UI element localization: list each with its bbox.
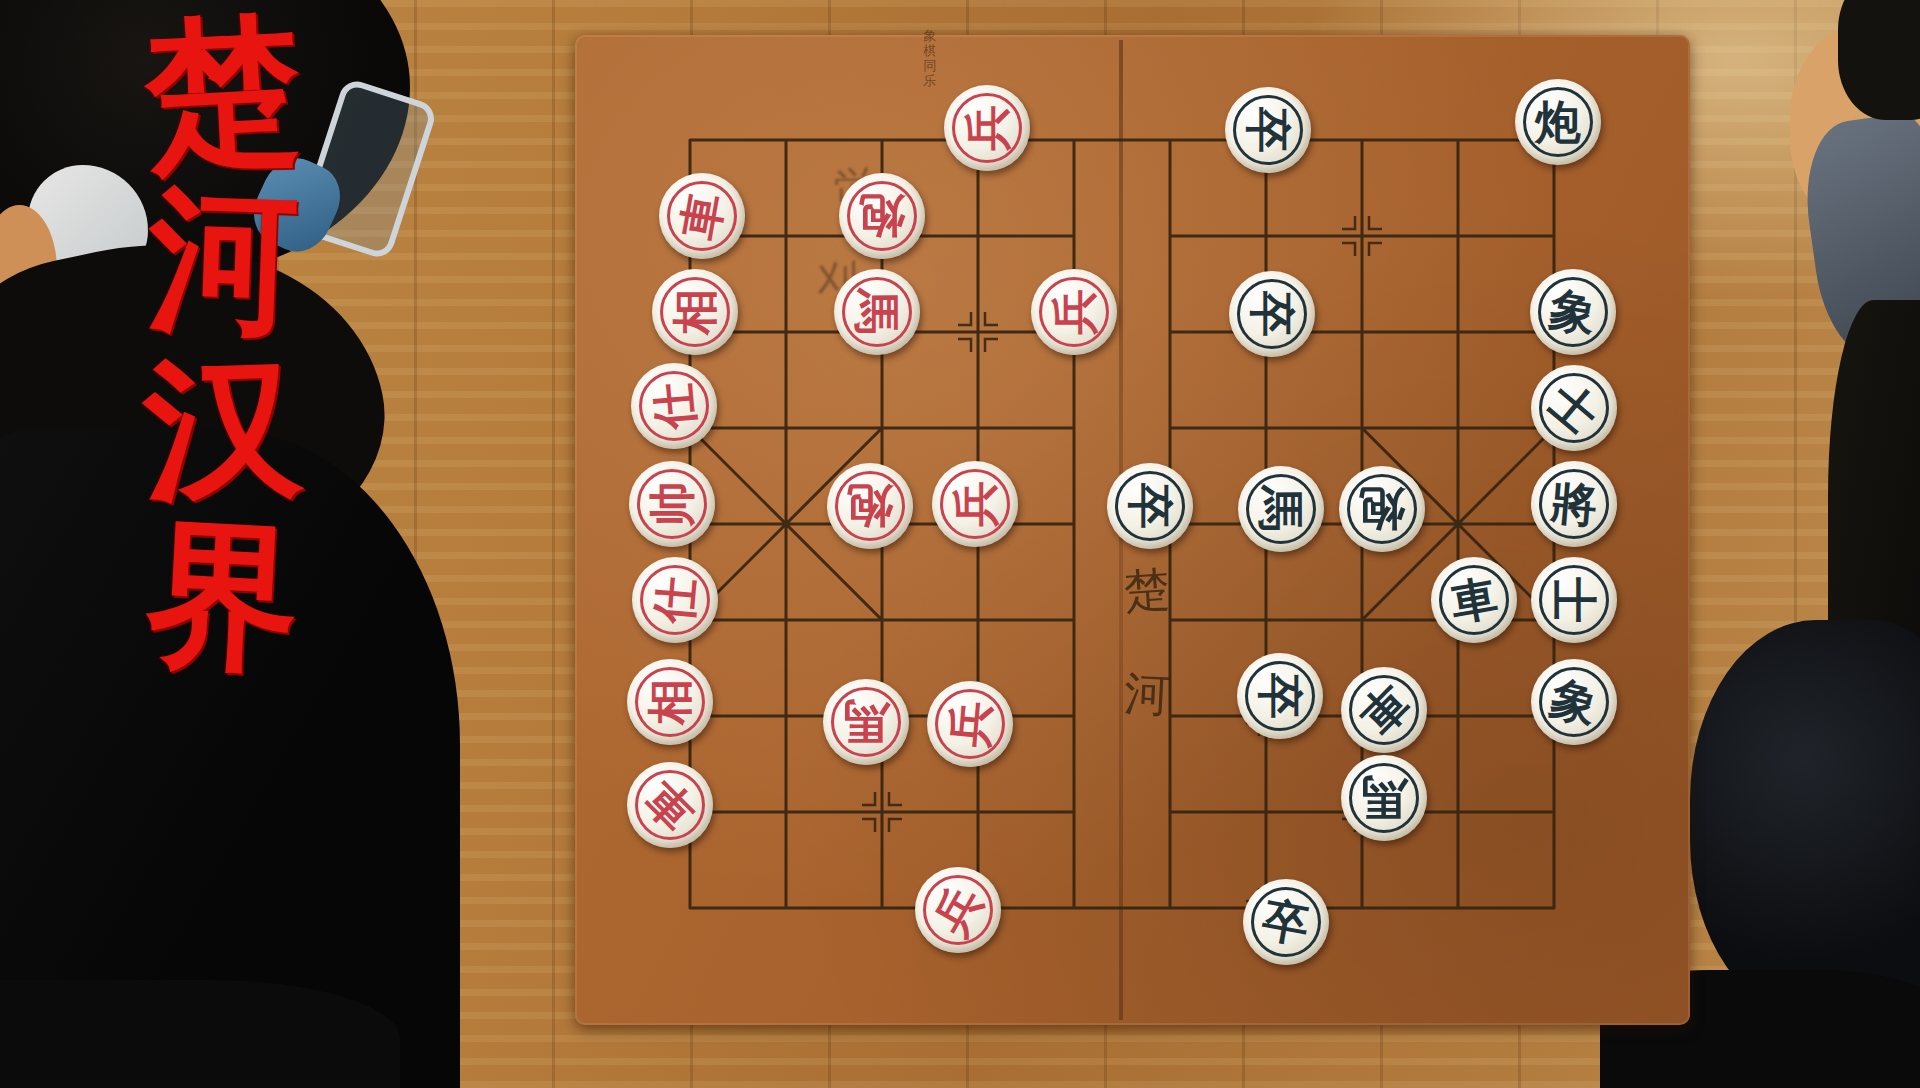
piece-black-炮-rank8-file5[interactable]: 炮 xyxy=(1314,476,1410,572)
piece-ring: 將 xyxy=(1539,469,1609,539)
caption-char: 汉 xyxy=(111,340,335,516)
piece-ring: 車 xyxy=(635,770,705,840)
piece-ring: 仕 xyxy=(640,565,710,635)
piece-glyph: 車 xyxy=(1351,677,1416,742)
piece-glyph: 兵 xyxy=(1051,289,1097,335)
piece-black-卒-rank7-file9[interactable]: 卒 xyxy=(1218,860,1314,956)
piece-glyph: 象 xyxy=(1546,674,1602,730)
piece-glyph: 炮 xyxy=(847,483,893,529)
piece-black-車-rank9-file6[interactable]: 車 xyxy=(1410,572,1506,668)
piece-red-馬-rank3-file3[interactable]: 馬 xyxy=(834,284,930,380)
piece-black-士-rank10-file4[interactable]: 士 xyxy=(1506,380,1602,476)
caption-char: 界 xyxy=(114,503,333,688)
piece-ring: 炮 xyxy=(847,181,917,251)
piece-ring: 車 xyxy=(1349,675,1419,745)
piece-black-馬-rank7-file5[interactable]: 馬 xyxy=(1218,476,1314,572)
piece-disc: 馬 xyxy=(1341,755,1427,841)
piece-ring: 兵 xyxy=(923,875,993,945)
photo-stage: 楚 河 峃 刈 車相仕帅仕相車炮馬炮馬兵兵兵兵兵炮卒象卒士將卒馬炮士車象卒車馬卒… xyxy=(0,0,1920,1088)
river-text-he: 河 xyxy=(1122,663,1171,727)
piece-disc: 車 xyxy=(1431,557,1517,643)
piece-disc: 馬 xyxy=(823,679,909,765)
piece-disc: 兵 xyxy=(927,681,1013,767)
piece-disc: 炮 xyxy=(1339,466,1425,552)
piece-ring: 士 xyxy=(1539,565,1609,635)
piece-red-帅-rank1-file5[interactable]: 帅 xyxy=(642,476,738,572)
piece-disc: 兵 xyxy=(1031,269,1117,355)
piece-disc: 車 xyxy=(659,173,745,259)
piece-red-仕-rank1-file4[interactable]: 仕 xyxy=(642,380,738,476)
piece-ring: 相 xyxy=(660,277,730,347)
piece-black-士-rank10-file6[interactable]: 士 xyxy=(1506,572,1602,668)
piece-disc: 兵 xyxy=(932,461,1018,547)
piece-ring: 馬 xyxy=(1246,474,1316,544)
piece-disc: 士 xyxy=(1531,365,1617,451)
piece-red-兵-rank4-file5[interactable]: 兵 xyxy=(930,476,1026,572)
piece-ring: 卒 xyxy=(1233,95,1303,165)
piece-glyph: 馬 xyxy=(1258,486,1304,532)
piece-red-兵-rank4-file9[interactable]: 兵 xyxy=(930,860,1026,956)
piece-ring: 仕 xyxy=(639,371,709,441)
piece-disc: 象 xyxy=(1530,269,1616,355)
xiangqi-board: 楚 河 峃 刈 車相仕帅仕相車炮馬炮馬兵兵兵兵兵炮卒象卒士將卒馬炮士車象卒車馬卒 xyxy=(642,92,1602,956)
piece-black-卒-rank6-file5[interactable]: 卒 xyxy=(1122,476,1218,572)
piece-disc: 車 xyxy=(627,762,713,848)
piece-glyph: 卒 xyxy=(1127,483,1173,529)
bottom-left-clothing xyxy=(0,980,400,1088)
caption-char: 楚 xyxy=(111,0,334,186)
piece-red-兵-rank5-file3[interactable]: 兵 xyxy=(1026,284,1122,380)
piece-ring: 車 xyxy=(667,181,737,251)
piece-red-相-rank1-file7[interactable]: 相 xyxy=(642,668,738,764)
piece-ring: 卒 xyxy=(1237,279,1307,349)
piece-ring: 兵 xyxy=(940,469,1010,539)
piece-disc: 卒 xyxy=(1225,87,1311,173)
piece-ring: 炮 xyxy=(835,471,905,541)
piece-glyph: 仕 xyxy=(649,381,699,431)
piece-disc: 兵 xyxy=(944,85,1030,171)
piece-ring: 車 xyxy=(1439,565,1509,635)
piece-disc: 仕 xyxy=(632,557,718,643)
piece-black-象-rank10-file7[interactable]: 象 xyxy=(1506,668,1602,764)
piece-disc: 卒 xyxy=(1229,271,1315,357)
piece-ring: 馬 xyxy=(842,277,912,347)
piece-red-馬-rank3-file7[interactable]: 馬 xyxy=(834,668,930,764)
piece-glyph: 卒 xyxy=(1245,107,1291,153)
piece-glyph: 炮 xyxy=(1535,99,1581,145)
piece-ring: 象 xyxy=(1539,667,1609,737)
piece-disc: 炮 xyxy=(1515,79,1601,165)
piece-glyph: 相 xyxy=(672,289,718,335)
piece-disc: 兵 xyxy=(915,867,1001,953)
piece-glyph: 卒 xyxy=(1257,673,1303,719)
piece-ring: 相 xyxy=(635,667,705,737)
piece-disc: 象 xyxy=(1531,659,1617,745)
piece-black-象-rank10-file3[interactable]: 象 xyxy=(1506,284,1602,380)
piece-glyph: 車 xyxy=(1447,573,1500,626)
piece-glyph: 車 xyxy=(675,189,728,242)
piece-glyph: 帅 xyxy=(649,481,695,527)
piece-disc: 士 xyxy=(1531,557,1617,643)
piece-ring: 炮 xyxy=(1347,474,1417,544)
piece-disc: 相 xyxy=(627,659,713,745)
piece-disc: 帅 xyxy=(629,461,715,547)
piece-glyph: 卒 xyxy=(1249,291,1295,337)
piece-black-馬-rank8-file8[interactable]: 馬 xyxy=(1314,764,1410,860)
piece-ring: 士 xyxy=(1539,373,1609,443)
piece-ring: 兵 xyxy=(1039,277,1109,347)
piece-ring: 卒 xyxy=(1115,471,1185,541)
piece-glyph: 炮 xyxy=(1359,486,1405,532)
piece-disc: 卒 xyxy=(1243,879,1329,965)
maker-mark: 象 棋 同 乐 xyxy=(922,28,938,88)
piece-glyph: 卒 xyxy=(1259,895,1312,948)
piece-glyph: 馬 xyxy=(854,289,900,335)
caption-char: 河 xyxy=(117,170,329,350)
piece-disc: 卒 xyxy=(1107,463,1193,549)
piece-glyph: 炮 xyxy=(859,193,905,239)
piece-glyph: 士 xyxy=(1542,376,1607,441)
piece-ring: 炮 xyxy=(1523,87,1593,157)
piece-disc: 車 xyxy=(1341,667,1427,753)
piece-red-仕-rank1-file6[interactable]: 仕 xyxy=(642,572,738,668)
piece-disc: 將 xyxy=(1531,461,1617,547)
piece-disc: 馬 xyxy=(1238,466,1324,552)
piece-glyph: 象 xyxy=(1546,285,1599,338)
piece-glyph: 馬 xyxy=(1361,775,1407,821)
piece-ring: 帅 xyxy=(637,469,707,539)
piece-glyph: 仕 xyxy=(650,575,700,625)
piece-black-炮-rank10-file1[interactable]: 炮 xyxy=(1506,92,1602,188)
piece-disc: 卒 xyxy=(1237,653,1323,739)
piece-ring: 兵 xyxy=(935,689,1005,759)
piece-ring: 卒 xyxy=(1251,887,1321,957)
piece-ring: 馬 xyxy=(1349,763,1419,833)
piece-glyph: 兵 xyxy=(927,879,990,942)
right-player-knee xyxy=(1690,620,1920,1020)
piece-black-卒-rank7-file1[interactable]: 卒 xyxy=(1218,92,1314,188)
piece-black-卒-rank7-file3[interactable]: 卒 xyxy=(1218,284,1314,380)
piece-red-車-rank1-file8[interactable]: 車 xyxy=(642,764,738,860)
piece-ring: 象 xyxy=(1538,277,1608,347)
piece-ring: 卒 xyxy=(1245,661,1315,731)
piece-glyph: 兵 xyxy=(964,105,1010,151)
piece-glyph: 士 xyxy=(1551,577,1597,623)
piece-disc: 仕 xyxy=(631,363,717,449)
piece-disc: 炮 xyxy=(827,463,913,549)
piece-glyph: 相 xyxy=(647,679,693,725)
piece-disc: 炮 xyxy=(839,173,925,259)
piece-black-卒-rank7-file7[interactable]: 卒 xyxy=(1218,668,1314,764)
piece-black-車-rank8-file7[interactable]: 車 xyxy=(1314,668,1410,764)
piece-ring: 兵 xyxy=(952,93,1022,163)
piece-glyph: 兵 xyxy=(945,699,995,749)
piece-glyph: 馬 xyxy=(843,699,889,745)
piece-disc: 馬 xyxy=(834,269,920,355)
piece-glyph: 車 xyxy=(637,772,702,837)
piece-red-炮-rank3-file5[interactable]: 炮 xyxy=(834,476,930,572)
piece-glyph: 將 xyxy=(1549,479,1599,529)
piece-red-兵-rank4-file7[interactable]: 兵 xyxy=(930,668,1026,764)
piece-ring: 馬 xyxy=(831,687,901,757)
overlay-caption: 楚 河 汉 界 xyxy=(118,8,328,680)
piece-glyph: 兵 xyxy=(952,481,998,527)
piece-disc: 相 xyxy=(652,269,738,355)
piece-black-將-rank10-file5[interactable]: 將 xyxy=(1506,476,1602,572)
piece-red-兵-rank4-file1[interactable]: 兵 xyxy=(930,92,1026,188)
